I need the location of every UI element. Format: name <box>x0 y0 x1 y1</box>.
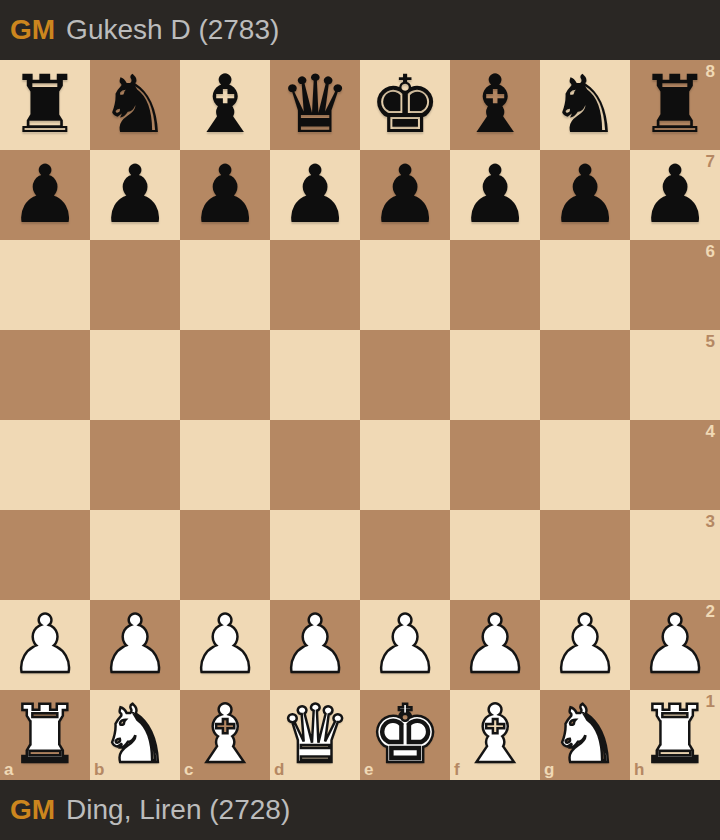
piece-white-pawn[interactable]: ♟ <box>9 600 81 690</box>
piece-black-pawn[interactable]: ♟ <box>369 150 441 240</box>
square-f4[interactable] <box>450 420 540 510</box>
square-f2[interactable]: ♟ <box>450 600 540 690</box>
piece-white-rook[interactable]: ♜ <box>639 690 711 780</box>
piece-black-pawn[interactable]: ♟ <box>549 150 621 240</box>
piece-black-pawn[interactable]: ♟ <box>279 150 351 240</box>
coord-rank-3: 3 <box>706 513 715 530</box>
square-g7[interactable]: ♟ <box>540 150 630 240</box>
square-d1[interactable]: ♛d <box>270 690 360 780</box>
piece-white-knight[interactable]: ♞ <box>549 690 621 780</box>
square-b1[interactable]: ♞b <box>90 690 180 780</box>
square-g6[interactable] <box>540 240 630 330</box>
square-f7[interactable]: ♟ <box>450 150 540 240</box>
piece-black-knight[interactable]: ♞ <box>99 60 171 150</box>
square-g4[interactable] <box>540 420 630 510</box>
piece-white-bishop[interactable]: ♝ <box>189 690 261 780</box>
piece-black-knight[interactable]: ♞ <box>549 60 621 150</box>
piece-white-knight[interactable]: ♞ <box>99 690 171 780</box>
piece-black-bishop[interactable]: ♝ <box>459 60 531 150</box>
coord-rank-5: 5 <box>706 333 715 350</box>
piece-black-pawn[interactable]: ♟ <box>639 150 711 240</box>
square-f6[interactable] <box>450 240 540 330</box>
square-h6[interactable]: 6 <box>630 240 720 330</box>
square-e2[interactable]: ♟ <box>360 600 450 690</box>
piece-white-pawn[interactable]: ♟ <box>189 600 261 690</box>
square-h7[interactable]: ♟7 <box>630 150 720 240</box>
top-player-bar: GM Gukesh D (2783) <box>0 0 720 60</box>
square-e8[interactable]: ♚ <box>360 60 450 150</box>
piece-white-rook[interactable]: ♜ <box>9 690 81 780</box>
piece-white-pawn[interactable]: ♟ <box>279 600 351 690</box>
square-d3[interactable] <box>270 510 360 600</box>
piece-black-rook[interactable]: ♜ <box>639 60 711 150</box>
top-player-title-badge: GM <box>10 0 55 60</box>
square-c8[interactable]: ♝ <box>180 60 270 150</box>
piece-white-queen[interactable]: ♛ <box>279 690 351 780</box>
square-d7[interactable]: ♟ <box>270 150 360 240</box>
square-e5[interactable] <box>360 330 450 420</box>
piece-white-pawn[interactable]: ♟ <box>639 600 711 690</box>
square-g1[interactable]: ♞g <box>540 690 630 780</box>
square-f5[interactable] <box>450 330 540 420</box>
square-b8[interactable]: ♞ <box>90 60 180 150</box>
coord-rank-6: 6 <box>706 243 715 260</box>
square-b6[interactable] <box>90 240 180 330</box>
square-e6[interactable] <box>360 240 450 330</box>
piece-black-pawn[interactable]: ♟ <box>9 150 81 240</box>
piece-white-pawn[interactable]: ♟ <box>99 600 171 690</box>
square-f3[interactable] <box>450 510 540 600</box>
piece-white-bishop[interactable]: ♝ <box>459 690 531 780</box>
square-h1[interactable]: ♜1h <box>630 690 720 780</box>
square-a1[interactable]: ♜a <box>0 690 90 780</box>
square-c1[interactable]: ♝c <box>180 690 270 780</box>
bottom-player-name[interactable]: Ding, Liren (2728) <box>66 780 290 840</box>
piece-black-rook[interactable]: ♜ <box>9 60 81 150</box>
square-a6[interactable] <box>0 240 90 330</box>
square-e4[interactable] <box>360 420 450 510</box>
square-h5[interactable]: 5 <box>630 330 720 420</box>
square-c4[interactable] <box>180 420 270 510</box>
square-a4[interactable] <box>0 420 90 510</box>
square-f8[interactable]: ♝ <box>450 60 540 150</box>
square-g3[interactable] <box>540 510 630 600</box>
square-e3[interactable] <box>360 510 450 600</box>
square-h8[interactable]: ♜8 <box>630 60 720 150</box>
piece-black-pawn[interactable]: ♟ <box>459 150 531 240</box>
square-b4[interactable] <box>90 420 180 510</box>
piece-white-king[interactable]: ♚ <box>369 690 441 780</box>
square-h3[interactable]: 3 <box>630 510 720 600</box>
piece-black-king[interactable]: ♚ <box>369 60 441 150</box>
square-g5[interactable] <box>540 330 630 420</box>
square-c3[interactable] <box>180 510 270 600</box>
square-b5[interactable] <box>90 330 180 420</box>
square-a5[interactable] <box>0 330 90 420</box>
bottom-player-bar: GM Ding, Liren (2728) <box>0 780 720 840</box>
square-b7[interactable]: ♟ <box>90 150 180 240</box>
square-d6[interactable] <box>270 240 360 330</box>
piece-white-pawn[interactable]: ♟ <box>369 600 441 690</box>
piece-black-queen[interactable]: ♛ <box>279 60 351 150</box>
square-d2[interactable]: ♟ <box>270 600 360 690</box>
piece-black-pawn[interactable]: ♟ <box>189 150 261 240</box>
square-a8[interactable]: ♜ <box>0 60 90 150</box>
piece-black-pawn[interactable]: ♟ <box>99 150 171 240</box>
square-d4[interactable] <box>270 420 360 510</box>
coord-rank-4: 4 <box>706 423 715 440</box>
square-d8[interactable]: ♛ <box>270 60 360 150</box>
piece-white-pawn[interactable]: ♟ <box>459 600 531 690</box>
square-b3[interactable] <box>90 510 180 600</box>
square-c6[interactable] <box>180 240 270 330</box>
square-h4[interactable]: 4 <box>630 420 720 510</box>
bottom-player-title-badge: GM <box>10 780 55 840</box>
square-e1[interactable]: ♚e <box>360 690 450 780</box>
square-c7[interactable]: ♟ <box>180 150 270 240</box>
square-c5[interactable] <box>180 330 270 420</box>
square-g8[interactable]: ♞ <box>540 60 630 150</box>
chess-board[interactable]: ♜♞♝♛♚♝♞♜8♟♟♟♟♟♟♟♟76543♟♟♟♟♟♟♟♟2♜a♞b♝c♛d♚… <box>0 60 720 780</box>
square-a2[interactable]: ♟ <box>0 600 90 690</box>
square-c2[interactable]: ♟ <box>180 600 270 690</box>
piece-black-bishop[interactable]: ♝ <box>189 60 261 150</box>
square-d5[interactable] <box>270 330 360 420</box>
piece-white-pawn[interactable]: ♟ <box>549 600 621 690</box>
top-player-name[interactable]: Gukesh D (2783) <box>66 0 279 60</box>
square-a3[interactable] <box>0 510 90 600</box>
square-h2[interactable]: ♟2 <box>630 600 720 690</box>
square-g2[interactable]: ♟ <box>540 600 630 690</box>
square-f1[interactable]: ♝f <box>450 690 540 780</box>
square-e7[interactable]: ♟ <box>360 150 450 240</box>
square-a7[interactable]: ♟ <box>0 150 90 240</box>
square-b2[interactable]: ♟ <box>90 600 180 690</box>
